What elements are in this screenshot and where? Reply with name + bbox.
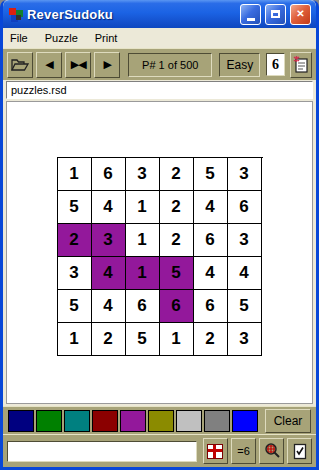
grid-cell-r2c4[interactable]: 2 [160,191,194,224]
menu-print[interactable]: Print [95,32,118,44]
palette-swatch-8[interactable] [204,410,230,432]
grid-cell-r6c4[interactable]: 1 [160,323,194,356]
minimize-icon [247,18,255,21]
page-checkmark-icon [292,443,308,460]
grid-cell-r3c3[interactable]: 1 [126,224,160,257]
next-puzzle-button[interactable]: ▶ [94,52,120,78]
puzzle-counter: P# 1 of 500 [128,53,212,77]
grid-cell-r2c3[interactable]: 1 [126,191,160,224]
maximize-button[interactable] [265,4,286,25]
window-title: ReverSudoku [27,7,236,22]
magnifier-icon [263,442,281,460]
grid-cell-r4c2[interactable]: 4 [92,257,126,290]
titlebar: ReverSudoku ✕ [3,0,316,28]
palette-swatch-1[interactable] [8,410,34,432]
app-window: ReverSudoku ✕ File Puzzle Print ◀ ▶◀ ▶ P… [0,0,319,470]
grid-cell-r6c6[interactable]: 3 [228,323,262,356]
difficulty-label: Easy [219,53,260,77]
goto-icon: ▶◀ [71,58,86,71]
palette-swatch-9[interactable] [232,410,258,432]
menu-puzzle[interactable]: Puzzle [45,32,78,44]
board: 163253541246231263341544546665125123 [57,157,263,356]
grid-cell-r6c1[interactable]: 1 [58,323,92,356]
grid-cell-r2c6[interactable]: 6 [228,191,262,224]
grid-cell-r4c6[interactable]: 4 [228,257,262,290]
grid-view-button[interactable] [203,438,229,464]
app-icon [8,7,23,22]
palette-swatch-5[interactable] [120,410,146,432]
equals-six-button[interactable]: =6 [231,438,256,464]
maximize-icon [271,10,280,18]
palette-swatch-7[interactable] [176,410,202,432]
prev-icon: ◀ [45,58,52,71]
grid-cell-r4c1[interactable]: 3 [58,257,92,290]
close-button[interactable]: ✕ [290,4,311,25]
filebar: puzzles.rsd [3,80,316,100]
palette-swatch-2[interactable] [36,410,62,432]
palette-bar: Clear [3,406,316,434]
grid-cell-r5c5[interactable]: 6 [194,290,228,323]
menubar: File Puzzle Print [3,28,316,48]
grid-cell-r2c1[interactable]: 5 [58,191,92,224]
grid-cell-r1c1[interactable]: 1 [58,158,92,191]
status-bar: =6 [3,434,316,467]
verify-button[interactable] [287,438,312,464]
grid-cell-r5c3[interactable]: 6 [126,290,160,323]
grid-cell-r6c5[interactable]: 2 [194,323,228,356]
grid-cell-r6c2[interactable]: 2 [92,323,126,356]
grid-cell-r5c1[interactable]: 5 [58,290,92,323]
grid-cell-r4c4[interactable]: 5 [160,257,194,290]
grid-cell-r3c4[interactable]: 2 [160,224,194,257]
clear-button[interactable]: Clear [265,409,311,433]
minimize-button[interactable] [240,4,261,25]
toolbar: ◀ ▶◀ ▶ P# 1 of 500 Easy 6 [3,48,316,80]
next-icon: ▶ [103,58,110,71]
grid-cell-r2c2[interactable]: 4 [92,191,126,224]
grid-cell-r1c2[interactable]: 6 [92,158,126,191]
open-file-button[interactable] [7,52,33,78]
grid-cell-r5c2[interactable]: 4 [92,290,126,323]
notepad-icon [293,56,309,73]
grid-cell-r3c2[interactable]: 3 [92,224,126,257]
goto-puzzle-button[interactable]: ▶◀ [65,52,91,78]
palette-swatch-4[interactable] [92,410,118,432]
palette-swatches [8,410,258,432]
grid-cell-r4c3[interactable]: 1 [126,257,160,290]
menu-file[interactable]: File [10,32,28,44]
grid-cell-r4c5[interactable]: 4 [194,257,228,290]
grid-cell-r3c6[interactable]: 3 [228,224,262,257]
check-solution-button[interactable] [259,438,285,464]
filename-panel: puzzles.rsd [6,81,313,99]
grid-cell-r1c3[interactable]: 3 [126,158,160,191]
close-icon: ✕ [296,9,304,19]
edit-puzzle-button[interactable] [290,52,313,78]
puzzle-canvas: 163253541246231263341544546665125123 [6,101,313,404]
grid-size-label: 6 [266,53,284,76]
grid-cell-r3c1[interactable]: 2 [58,224,92,257]
palette-swatch-6[interactable] [148,410,174,432]
grid-cell-r5c4[interactable]: 6 [160,290,194,323]
grid-cell-r1c4[interactable]: 2 [160,158,194,191]
grid-cell-r2c5[interactable]: 4 [194,191,228,224]
palette-swatch-3[interactable] [64,410,90,432]
grid-cell-r5c6[interactable]: 5 [228,290,262,323]
status-message-field [7,441,197,462]
prev-puzzle-button[interactable]: ◀ [36,52,62,78]
open-folder-icon [11,58,29,71]
grid-cell-r6c3[interactable]: 5 [126,323,160,356]
grid-cell-r3c5[interactable]: 6 [194,224,228,257]
grid-cell-r1c5[interactable]: 5 [194,158,228,191]
grid-cell-r1c6[interactable]: 3 [228,158,262,191]
red-cross-grid-icon [207,444,223,459]
